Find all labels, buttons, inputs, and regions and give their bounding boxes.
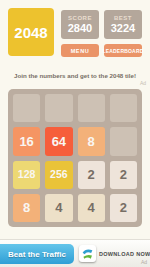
tile-8: 8	[78, 127, 105, 155]
leaderboard-button[interactable]: LEADERBOARD	[104, 44, 142, 57]
instruction-text: Join the numbers and get to the 2048 til…	[0, 72, 150, 79]
tile-2: 2	[110, 161, 137, 189]
empty-cell	[78, 94, 105, 122]
tile-64: 64	[45, 127, 72, 155]
empty-cell	[110, 94, 137, 122]
tile-256: 256	[45, 161, 72, 189]
ad-marker-bottom: Ad	[141, 259, 147, 265]
traffic-app-logo-glyph	[81, 247, 94, 260]
score-label: SCORE	[68, 15, 92, 21]
app-screen: 2048 SCORE 2840 BEST 3224 MENU LEADERBOA…	[0, 0, 150, 267]
game-board[interactable]: 16648128256228442	[8, 89, 142, 227]
empty-cell	[13, 94, 40, 122]
empty-cell	[110, 127, 137, 155]
ad-banner[interactable]: Beat the Traffic DOWNLOAD NOW Ad	[0, 239, 150, 267]
best-box: BEST 3224	[104, 10, 142, 39]
empty-cell	[45, 94, 72, 122]
tile-4: 4	[45, 194, 72, 222]
tile-128: 128	[13, 161, 40, 189]
tile-2: 2	[110, 194, 137, 222]
logo-tile: 2048	[8, 8, 54, 56]
menu-button[interactable]: MENU	[61, 44, 99, 57]
tile-8: 8	[13, 194, 40, 222]
banner-title[interactable]: Beat the Traffic	[0, 244, 74, 264]
tile-2: 2	[78, 161, 105, 189]
best-label: BEST	[114, 15, 132, 21]
score-value: 2840	[68, 22, 92, 34]
download-now-text[interactable]: DOWNLOAD NOW	[99, 251, 150, 257]
tile-16: 16	[13, 127, 40, 155]
score-box: SCORE 2840	[61, 10, 99, 39]
traffic-app-icon[interactable]	[79, 245, 96, 262]
ad-marker-top: Ad	[140, 80, 146, 86]
best-value: 3224	[111, 22, 135, 34]
tile-4: 4	[78, 194, 105, 222]
